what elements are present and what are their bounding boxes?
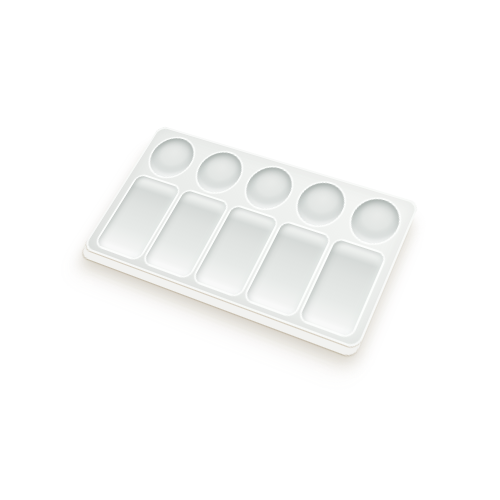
round-well-5 — [344, 193, 407, 248]
round-well-4 — [290, 177, 352, 230]
palette-tray — [82, 125, 420, 350]
round-well-1 — [142, 133, 201, 181]
round-well-2 — [189, 147, 249, 197]
round-well-3 — [239, 162, 300, 214]
product-photo-background — [0, 0, 500, 500]
